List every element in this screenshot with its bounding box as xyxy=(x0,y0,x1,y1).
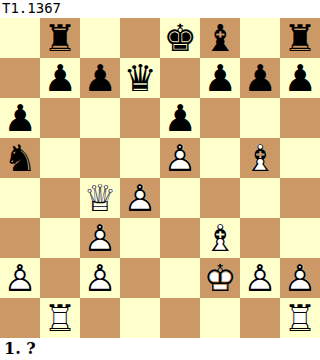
square-f4[interactable] xyxy=(200,178,240,218)
square-e7[interactable] xyxy=(160,58,200,98)
square-e3[interactable] xyxy=(160,218,200,258)
piece-black-queen: ♛︎ xyxy=(120,58,160,98)
white-piece-outline: ♙︎ xyxy=(80,218,120,258)
piece-black-pawn: ♟︎ xyxy=(80,58,120,98)
square-a1[interactable] xyxy=(0,298,40,338)
square-b7[interactable]: ♟︎ xyxy=(40,58,80,98)
square-d8[interactable] xyxy=(120,18,160,58)
square-d3[interactable] xyxy=(120,218,160,258)
piece-black-pawn: ♟︎ xyxy=(240,58,280,98)
white-piece-outline: ♗︎ xyxy=(200,218,240,258)
white-piece-outline: ♙︎ xyxy=(280,258,320,298)
square-e2[interactable] xyxy=(160,258,200,298)
square-e8[interactable]: ♚︎ xyxy=(160,18,200,58)
black-piece-glyph: ♟︎ xyxy=(280,58,320,98)
piece-white-king: ♚︎♔︎ xyxy=(200,258,240,298)
square-e6[interactable]: ♟︎ xyxy=(160,98,200,138)
square-a5[interactable]: ♞︎ xyxy=(0,138,40,178)
white-piece-outline: ♙︎ xyxy=(0,258,40,298)
square-h8[interactable]: ♜︎ xyxy=(280,18,320,58)
piece-white-bishop: ♝︎♗︎ xyxy=(240,138,280,178)
black-piece-glyph: ♞︎ xyxy=(0,138,40,178)
black-piece-glyph: ♟︎ xyxy=(0,98,40,138)
white-piece-outline: ♔︎ xyxy=(200,258,240,298)
square-g3[interactable] xyxy=(240,218,280,258)
black-piece-glyph: ♜︎ xyxy=(280,18,320,58)
square-d6[interactable] xyxy=(120,98,160,138)
square-a2[interactable]: ♟︎♙︎ xyxy=(0,258,40,298)
square-c6[interactable] xyxy=(80,98,120,138)
white-piece-outline: ♖︎ xyxy=(280,298,320,338)
square-e1[interactable] xyxy=(160,298,200,338)
piece-black-rook: ♜︎ xyxy=(280,18,320,58)
square-b5[interactable] xyxy=(40,138,80,178)
square-c5[interactable] xyxy=(80,138,120,178)
square-h4[interactable] xyxy=(280,178,320,218)
square-b4[interactable] xyxy=(40,178,80,218)
piece-white-rook: ♜︎♖︎ xyxy=(280,298,320,338)
square-h3[interactable] xyxy=(280,218,320,258)
piece-black-pawn: ♟︎ xyxy=(0,98,40,138)
piece-black-pawn: ♟︎ xyxy=(280,58,320,98)
piece-black-knight: ♞︎ xyxy=(0,138,40,178)
square-b6[interactable] xyxy=(40,98,80,138)
square-c7[interactable]: ♟︎ xyxy=(80,58,120,98)
black-piece-glyph: ♟︎ xyxy=(160,98,200,138)
square-h7[interactable]: ♟︎ xyxy=(280,58,320,98)
square-g2[interactable]: ♟︎♙︎ xyxy=(240,258,280,298)
piece-white-pawn: ♟︎♙︎ xyxy=(280,258,320,298)
square-a8[interactable] xyxy=(0,18,40,58)
piece-white-pawn: ♟︎♙︎ xyxy=(80,218,120,258)
square-a4[interactable] xyxy=(0,178,40,218)
square-d2[interactable] xyxy=(120,258,160,298)
square-c3[interactable]: ♟︎♙︎ xyxy=(80,218,120,258)
square-f7[interactable]: ♟︎ xyxy=(200,58,240,98)
square-g8[interactable] xyxy=(240,18,280,58)
square-g1[interactable] xyxy=(240,298,280,338)
square-b8[interactable]: ♜︎ xyxy=(40,18,80,58)
white-piece-outline: ♗︎ xyxy=(240,138,280,178)
square-f1[interactable] xyxy=(200,298,240,338)
square-a7[interactable] xyxy=(0,58,40,98)
black-piece-glyph: ♟︎ xyxy=(80,58,120,98)
piece-white-pawn: ♟︎♙︎ xyxy=(160,138,200,178)
piece-white-pawn: ♟︎♙︎ xyxy=(80,258,120,298)
white-piece-outline: ♖︎ xyxy=(40,298,80,338)
square-c1[interactable] xyxy=(80,298,120,338)
square-h6[interactable] xyxy=(280,98,320,138)
piece-black-pawn: ♟︎ xyxy=(200,58,240,98)
piece-white-bishop: ♝︎♗︎ xyxy=(200,218,240,258)
puzzle-title: T1.1367 xyxy=(0,0,320,18)
square-e5[interactable]: ♟︎♙︎ xyxy=(160,138,200,178)
square-f6[interactable] xyxy=(200,98,240,138)
black-piece-glyph: ♟︎ xyxy=(240,58,280,98)
black-piece-glyph: ♚︎ xyxy=(160,18,200,58)
white-piece-outline: ♙︎ xyxy=(240,258,280,298)
square-h1[interactable]: ♜︎♖︎ xyxy=(280,298,320,338)
piece-black-king: ♚︎ xyxy=(160,18,200,58)
chess-board: ♜︎♚︎♝︎♜︎♟︎♟︎♛︎♟︎♟︎♟︎♟︎♟︎♞︎♟︎♙︎♝︎♗︎♛︎♕︎♟︎… xyxy=(0,18,320,338)
piece-black-pawn: ♟︎ xyxy=(160,98,200,138)
square-e4[interactable] xyxy=(160,178,200,218)
black-piece-glyph: ♟︎ xyxy=(40,58,80,98)
piece-white-pawn: ♟︎♙︎ xyxy=(120,178,160,218)
square-a6[interactable]: ♟︎ xyxy=(0,98,40,138)
white-piece-outline: ♕︎ xyxy=(80,178,120,218)
square-d5[interactable] xyxy=(120,138,160,178)
white-piece-outline: ♙︎ xyxy=(80,258,120,298)
square-c2[interactable]: ♟︎♙︎ xyxy=(80,258,120,298)
square-h5[interactable] xyxy=(280,138,320,178)
black-piece-glyph: ♝︎ xyxy=(200,18,240,58)
square-d4[interactable]: ♟︎♙︎ xyxy=(120,178,160,218)
white-piece-outline: ♙︎ xyxy=(160,138,200,178)
square-g7[interactable]: ♟︎ xyxy=(240,58,280,98)
piece-black-pawn: ♟︎ xyxy=(40,58,80,98)
square-g4[interactable] xyxy=(240,178,280,218)
square-b1[interactable]: ♜︎♖︎ xyxy=(40,298,80,338)
piece-white-queen: ♛︎♕︎ xyxy=(80,178,120,218)
black-piece-glyph: ♟︎ xyxy=(200,58,240,98)
square-d1[interactable] xyxy=(120,298,160,338)
piece-white-rook: ♜︎♖︎ xyxy=(40,298,80,338)
square-g6[interactable] xyxy=(240,98,280,138)
white-piece-outline: ♙︎ xyxy=(120,178,160,218)
black-piece-glyph: ♛︎ xyxy=(120,58,160,98)
square-g5[interactable]: ♝︎♗︎ xyxy=(240,138,280,178)
piece-black-bishop: ♝︎ xyxy=(200,18,240,58)
square-b3[interactable] xyxy=(40,218,80,258)
square-f8[interactable]: ♝︎ xyxy=(200,18,240,58)
square-c4[interactable]: ♛︎♕︎ xyxy=(80,178,120,218)
square-h2[interactable]: ♟︎♙︎ xyxy=(280,258,320,298)
square-c8[interactable] xyxy=(80,18,120,58)
piece-white-pawn: ♟︎♙︎ xyxy=(240,258,280,298)
square-f5[interactable] xyxy=(200,138,240,178)
square-f2[interactable]: ♚︎♔︎ xyxy=(200,258,240,298)
square-a3[interactable] xyxy=(0,218,40,258)
square-b2[interactable] xyxy=(40,258,80,298)
piece-white-pawn: ♟︎♙︎ xyxy=(0,258,40,298)
square-d7[interactable]: ♛︎ xyxy=(120,58,160,98)
move-prompt: 1. ? xyxy=(0,338,320,360)
square-f3[interactable]: ♝︎♗︎ xyxy=(200,218,240,258)
black-piece-glyph: ♜︎ xyxy=(40,18,80,58)
piece-black-rook: ♜︎ xyxy=(40,18,80,58)
